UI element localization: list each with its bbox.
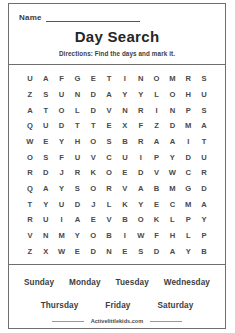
grid-cell-letter: D bbox=[149, 243, 165, 259]
grid-cell-letter: A bbox=[149, 134, 165, 150]
grid-cell-letter: V bbox=[85, 149, 101, 165]
footer-site-text: Activelittlekids.com bbox=[91, 318, 144, 324]
grid-cell-letter: R bbox=[22, 212, 38, 228]
footer: Activelittlekids.com bbox=[9, 310, 225, 328]
grid-cell-letter: V bbox=[149, 165, 165, 181]
grid-cell-letter: F bbox=[149, 228, 165, 244]
grid-cell-letter: W bbox=[133, 228, 149, 244]
grid-cell-letter: H bbox=[180, 87, 196, 103]
grid-cell-letter: Z bbox=[22, 243, 38, 259]
grid-cell-letter: F bbox=[54, 71, 70, 87]
grid-cell-letter: S bbox=[133, 243, 149, 259]
grid-cell-letter: C bbox=[101, 149, 117, 165]
name-blank-line bbox=[46, 14, 140, 22]
grid-cell-letter: R bbox=[69, 165, 85, 181]
grid-cell-letter: S bbox=[69, 181, 85, 197]
grid-cell-letter: N bbox=[117, 102, 133, 118]
grid-section: UAFGETINOMRSZSUNDAYYLOHUATOLDVNRINPSQUDT… bbox=[9, 65, 225, 264]
grid-cell-letter: E bbox=[101, 118, 117, 134]
grid-cell-letter: B bbox=[101, 228, 117, 244]
grid-cell-letter: A bbox=[196, 196, 212, 212]
grid-cell-letter: D bbox=[54, 118, 70, 134]
grid-cell-letter: Z bbox=[149, 118, 165, 134]
grid-cell-letter: L bbox=[101, 196, 117, 212]
grid-cell-letter: O bbox=[22, 149, 38, 165]
grid-cell-letter: U bbox=[38, 118, 54, 134]
grid-cell-letter: Y bbox=[164, 149, 180, 165]
grid-cell-letter: D bbox=[69, 196, 85, 212]
grid-cell-letter: W bbox=[22, 134, 38, 150]
grid-cell-letter: U bbox=[54, 196, 70, 212]
grid-cell-letter: T bbox=[85, 118, 101, 134]
grid-cell-letter: O bbox=[85, 228, 101, 244]
grid-cell-letter: Y bbox=[69, 228, 85, 244]
grid-cell-letter: V bbox=[117, 181, 133, 197]
grid-cell-letter: I bbox=[54, 212, 70, 228]
grid-cell-letter: A bbox=[22, 102, 38, 118]
grid-cell-letter: Y bbox=[117, 87, 133, 103]
grid-cell-letter: M bbox=[164, 71, 180, 87]
grid-cell-letter: O bbox=[54, 102, 70, 118]
grid-cell-letter: A bbox=[164, 243, 180, 259]
grid-cell-letter: B bbox=[117, 212, 133, 228]
worksheet-page: { "game": "word-search", "position": { "… bbox=[0, 0, 235, 333]
grid-cell-letter: L bbox=[164, 212, 180, 228]
grid-cell-letter: P bbox=[149, 149, 165, 165]
grid-cell-letter: N bbox=[133, 71, 149, 87]
grid-cell-letter: N bbox=[69, 87, 85, 103]
grid-cell-letter: F bbox=[133, 118, 149, 134]
page-border: Name Day Search Directions: Find the day… bbox=[8, 3, 226, 329]
grid-cell-letter: Y bbox=[38, 196, 54, 212]
grid-cell-letter: A bbox=[196, 118, 212, 134]
grid-cell-letter: C bbox=[180, 165, 196, 181]
grid-cell-letter: T bbox=[38, 102, 54, 118]
page-title: Day Search bbox=[9, 28, 225, 45]
grid-cell-letter: T bbox=[69, 118, 85, 134]
grid-cell-letter: B bbox=[149, 181, 165, 197]
word-bank-row-2: ThursdayFridaySaturday bbox=[24, 301, 210, 310]
grid-cell-letter: O bbox=[149, 71, 165, 87]
word-search-grid: UAFGETINOMRSZSUNDAYYLOHUATOLDVNRINPSQUDT… bbox=[22, 71, 212, 259]
grid-cell-letter: J bbox=[54, 165, 70, 181]
grid-cell-letter: D bbox=[85, 102, 101, 118]
grid-cell-letter: Y bbox=[133, 87, 149, 103]
grid-cell-letter: S bbox=[38, 87, 54, 103]
grid-cell-letter: E bbox=[149, 196, 165, 212]
grid-cell-letter: G bbox=[69, 71, 85, 87]
grid-cell-letter: S bbox=[38, 149, 54, 165]
grid-cell-letter: M bbox=[180, 118, 196, 134]
directions-text: Directions: Find the days and mark it. bbox=[9, 50, 225, 57]
grid-cell-letter: Y bbox=[54, 134, 70, 150]
grid-cell-letter: W bbox=[164, 165, 180, 181]
grid-cell-letter: E bbox=[85, 212, 101, 228]
grid-cell-letter: X bbox=[117, 118, 133, 134]
worksheet-header: Name Day Search Directions: Find the day… bbox=[9, 4, 225, 65]
grid-cell-letter: T bbox=[101, 71, 117, 87]
grid-cell-letter: Y bbox=[133, 196, 149, 212]
grid-cell-letter: K bbox=[149, 212, 165, 228]
grid-cell-letter: D bbox=[85, 243, 101, 259]
grid-cell-letter: A bbox=[69, 212, 85, 228]
word-bank-item: Saturday bbox=[157, 301, 193, 310]
grid-cell-letter: A bbox=[133, 181, 149, 197]
grid-cell-letter: U bbox=[38, 212, 54, 228]
grid-cell-letter: U bbox=[22, 71, 38, 87]
grid-cell-letter: A bbox=[164, 134, 180, 150]
grid-cell-letter: S bbox=[101, 134, 117, 150]
grid-cell-letter: U bbox=[54, 87, 70, 103]
grid-cell-letter: W bbox=[54, 243, 70, 259]
grid-cell-letter: H bbox=[164, 228, 180, 244]
grid-cell-letter: P bbox=[180, 102, 196, 118]
grid-cell-letter: J bbox=[85, 196, 101, 212]
footer-right-line bbox=[150, 321, 182, 322]
grid-cell-letter: I bbox=[180, 134, 196, 150]
grid-cell-letter: I bbox=[117, 71, 133, 87]
grid-cell-letter: R bbox=[180, 71, 196, 87]
word-bank-item: Monday bbox=[69, 278, 101, 287]
grid-cell-letter: H bbox=[69, 134, 85, 150]
grid-cell-letter: D bbox=[180, 149, 196, 165]
grid-cell-letter: R bbox=[22, 165, 38, 181]
grid-cell-letter: P bbox=[180, 212, 196, 228]
grid-cell-letter: B bbox=[117, 134, 133, 150]
word-bank: SundayMondayTuesdayWednesday ThursdayFri… bbox=[9, 264, 225, 310]
grid-cell-letter: O bbox=[85, 134, 101, 150]
grid-cell-letter: D bbox=[85, 87, 101, 103]
grid-cell-letter: Q bbox=[22, 181, 38, 197]
grid-cell-letter: R bbox=[133, 102, 149, 118]
footer-left-line bbox=[52, 321, 84, 322]
word-bank-item: Wednesday bbox=[164, 278, 210, 287]
grid-cell-letter: D bbox=[38, 165, 54, 181]
grid-cell-letter: L bbox=[149, 87, 165, 103]
grid-cell-letter: L bbox=[180, 228, 196, 244]
grid-cell-letter: X bbox=[38, 243, 54, 259]
grid-cell-letter: M bbox=[180, 196, 196, 212]
grid-cell-letter: T bbox=[22, 196, 38, 212]
grid-cell-letter: V bbox=[101, 102, 117, 118]
grid-cell-letter: B bbox=[196, 243, 212, 259]
grid-cell-letter: S bbox=[196, 71, 212, 87]
grid-cell-letter: I bbox=[117, 228, 133, 244]
grid-cell-letter: F bbox=[54, 149, 70, 165]
grid-cell-letter: E bbox=[85, 71, 101, 87]
grid-cell-letter: O bbox=[133, 212, 149, 228]
grid-cell-letter: O bbox=[164, 87, 180, 103]
grid-cell-letter: R bbox=[196, 165, 212, 181]
grid-cell-letter: M bbox=[164, 181, 180, 197]
grid-cell-letter: U bbox=[196, 87, 212, 103]
grid-cell-letter: E bbox=[69, 243, 85, 259]
grid-cell-letter: V bbox=[101, 212, 117, 228]
grid-cell-letter: V bbox=[22, 228, 38, 244]
grid-cell-letter: G bbox=[180, 181, 196, 197]
name-label: Name bbox=[19, 13, 42, 22]
grid-cell-letter: C bbox=[164, 196, 180, 212]
grid-cell-letter: N bbox=[101, 243, 117, 259]
grid-cell-letter: P bbox=[196, 228, 212, 244]
word-bank-row-1: SundayMondayTuesdayWednesday bbox=[24, 278, 210, 287]
grid-cell-letter: N bbox=[38, 228, 54, 244]
grid-cell-letter: U bbox=[117, 149, 133, 165]
grid-cell-letter: O bbox=[101, 165, 117, 181]
grid-cell-letter: K bbox=[85, 165, 101, 181]
grid-cell-letter: O bbox=[85, 181, 101, 197]
grid-cell-letter: E bbox=[38, 134, 54, 150]
grid-cell-letter: D bbox=[196, 181, 212, 197]
word-bank-item: Tuesday bbox=[116, 278, 149, 287]
grid-cell-letter: K bbox=[117, 196, 133, 212]
grid-cell-letter: I bbox=[149, 102, 165, 118]
grid-cell-letter: Q bbox=[22, 118, 38, 134]
grid-cell-letter: R bbox=[133, 134, 149, 150]
grid-cell-letter: I bbox=[133, 149, 149, 165]
grid-cell-letter: A bbox=[101, 87, 117, 103]
grid-cell-letter: E bbox=[117, 165, 133, 181]
grid-cell-letter: T bbox=[196, 134, 212, 150]
grid-cell-letter: U bbox=[196, 149, 212, 165]
name-row: Name bbox=[19, 13, 225, 22]
grid-cell-letter: E bbox=[117, 243, 133, 259]
grid-cell-letter: Y bbox=[180, 243, 196, 259]
grid-cell-letter: L bbox=[69, 102, 85, 118]
grid-cell-letter: M bbox=[54, 228, 70, 244]
word-bank-item: Thursday bbox=[41, 301, 79, 310]
grid-cell-letter: D bbox=[164, 118, 180, 134]
grid-cell-letter: A bbox=[38, 181, 54, 197]
grid-cell-letter: Y bbox=[196, 212, 212, 228]
grid-cell-letter: U bbox=[69, 149, 85, 165]
grid-cell-letter: S bbox=[196, 102, 212, 118]
grid-cell-letter: N bbox=[164, 102, 180, 118]
grid-cell-letter: R bbox=[101, 181, 117, 197]
grid-cell-letter: Z bbox=[22, 87, 38, 103]
grid-cell-letter: Y bbox=[54, 181, 70, 197]
word-bank-item: Friday bbox=[105, 301, 130, 310]
grid-cell-letter: D bbox=[133, 165, 149, 181]
word-bank-item: Sunday bbox=[24, 278, 54, 287]
grid-cell-letter: A bbox=[38, 71, 54, 87]
